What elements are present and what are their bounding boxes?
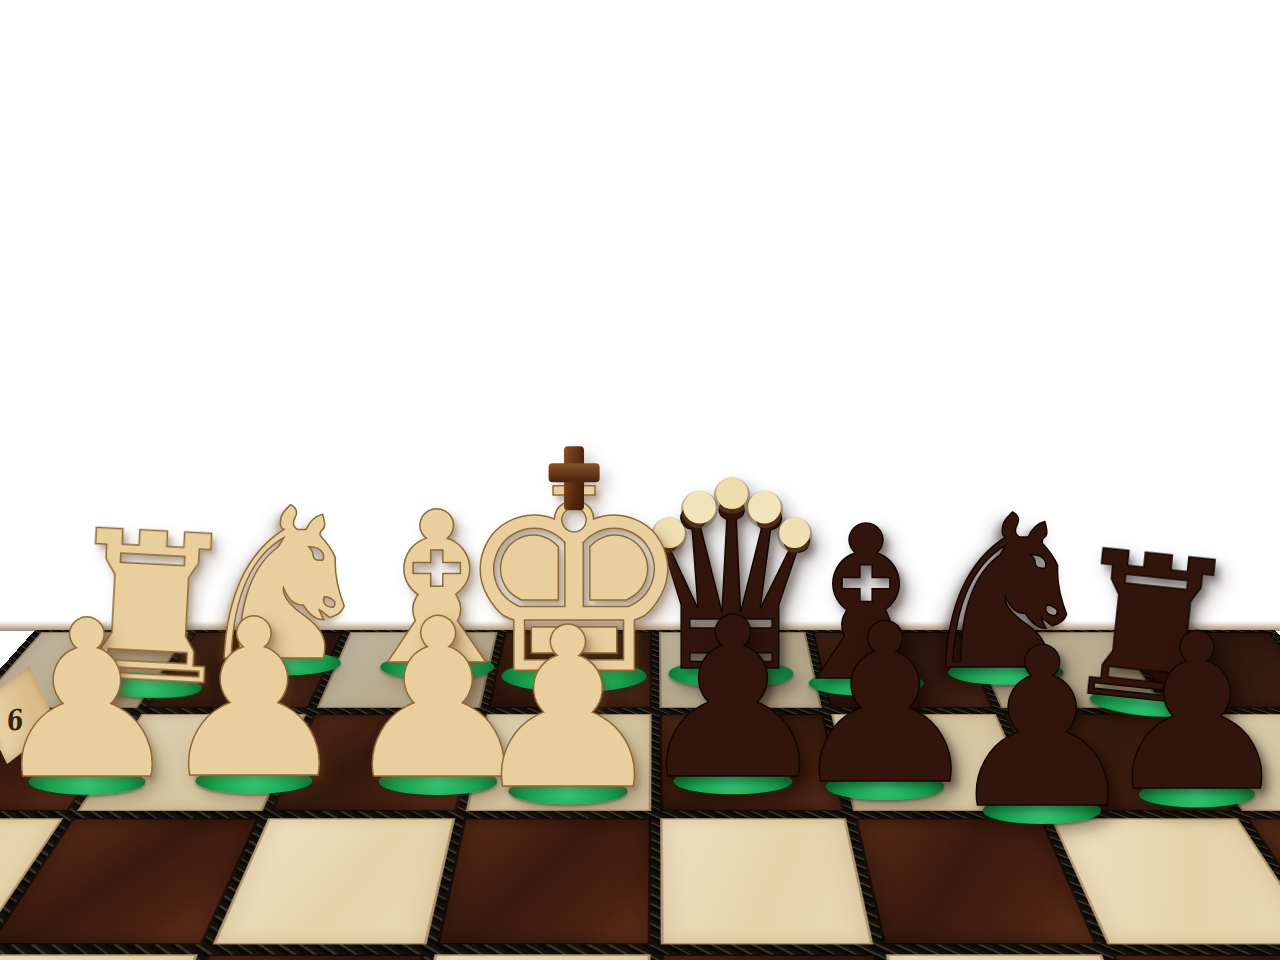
pawn-glyph: ♟ — [943, 619, 1140, 839]
chess-photo-scene: 6 ♜♞♝♚♛♝♞♜♟♟♟♟♟♟♟♟ — [0, 0, 1280, 960]
king-cross-finial — [547, 446, 601, 510]
piece-white-pawn[interactable]: ♟ — [0, 592, 185, 810]
pawn-glyph: ♟ — [156, 591, 351, 809]
piece-black-pawn[interactable]: ♟ — [943, 619, 1140, 839]
piece-white-pawn[interactable]: ♟ — [156, 591, 351, 809]
pawn-glyph: ♟ — [0, 592, 185, 810]
pieces-layer: ♜♞♝♚♛♝♞♜♟♟♟♟♟♟♟♟ — [0, 0, 1280, 960]
piece-white-pawn[interactable]: ♟ — [468, 598, 667, 820]
pawn-glyph: ♟ — [468, 598, 667, 820]
queen-crown-balls — [731, 511, 733, 513]
